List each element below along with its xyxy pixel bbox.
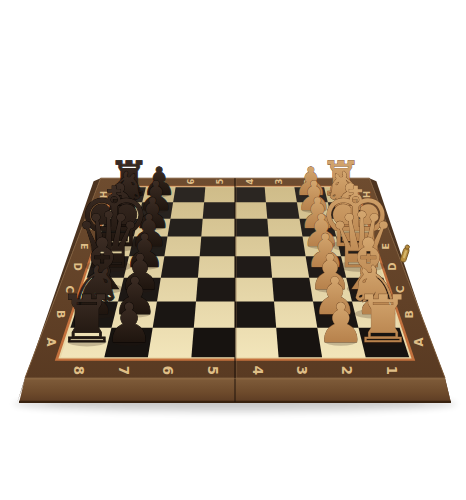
square-d4 bbox=[235, 256, 272, 278]
square-g3 bbox=[266, 202, 300, 218]
square-a5 bbox=[191, 328, 235, 358]
label-right-file-A: A bbox=[412, 338, 426, 347]
label-front-rank-1: 1 bbox=[384, 366, 399, 375]
label-back-rank-3: 3 bbox=[274, 179, 284, 185]
square-g5 bbox=[203, 202, 235, 218]
piece-black-pawn-a7: ♟ bbox=[105, 292, 154, 355]
label-front-rank-7: 7 bbox=[116, 366, 131, 375]
square-f6 bbox=[168, 219, 203, 237]
square-c3 bbox=[272, 278, 313, 302]
label-front-rank-3: 3 bbox=[294, 366, 309, 375]
square-a3 bbox=[276, 328, 322, 358]
label-front-rank-2: 2 bbox=[339, 366, 354, 375]
square-b6 bbox=[153, 301, 196, 327]
label-front-rank-4: 4 bbox=[250, 366, 265, 375]
label-front-rank-5: 5 bbox=[205, 366, 220, 375]
label-back-rank-4: 4 bbox=[245, 179, 255, 185]
chess-set-photo: 8877665544332211HHGGFFEEDDCCBBAA♜♟♟♜♞♟♟♞… bbox=[0, 0, 466, 500]
square-d6 bbox=[161, 256, 200, 278]
square-e3 bbox=[269, 237, 306, 257]
label-back-rank-5: 5 bbox=[215, 179, 225, 185]
label-back-rank-6: 6 bbox=[186, 179, 196, 185]
label-left-file-A: A bbox=[44, 338, 58, 347]
piece-white-rook-a1: ♜ bbox=[354, 281, 413, 357]
square-f4 bbox=[235, 219, 269, 237]
square-e5 bbox=[200, 237, 235, 257]
label-front-rank-6: 6 bbox=[160, 366, 175, 375]
square-h6 bbox=[173, 187, 205, 202]
square-h4 bbox=[235, 187, 266, 202]
square-b4 bbox=[235, 301, 276, 327]
chessboard: 8877665544332211HHGGFFEEDDCCBBAA♜♟♟♜♞♟♟♞… bbox=[0, 0, 466, 500]
label-front-rank-8: 8 bbox=[71, 366, 86, 375]
square-c5 bbox=[196, 278, 235, 302]
